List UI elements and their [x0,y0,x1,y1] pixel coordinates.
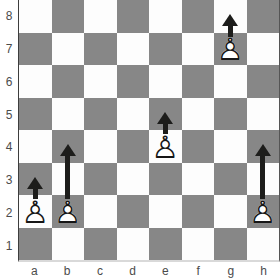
square-b3[interactable] [52,163,85,196]
rank-label-4: 4 [0,131,18,164]
square-e1[interactable] [149,228,182,261]
square-d1[interactable] [117,228,150,261]
square-a8[interactable] [19,0,52,33]
square-e7[interactable] [149,33,182,66]
square-f4[interactable] [182,130,215,163]
white-pawn[interactable]: ♟♙ [52,195,85,228]
rank-label-7: 7 [0,33,18,66]
file-label-e: e [149,262,182,280]
square-a4[interactable] [19,130,52,163]
white-pawn[interactable]: ♟♙ [149,130,182,163]
square-h7[interactable] [247,33,280,66]
square-f3[interactable] [182,163,215,196]
square-h1[interactable] [247,228,280,261]
square-a5[interactable] [19,98,52,131]
rank-label-6: 6 [0,66,18,99]
square-g3[interactable] [214,163,247,196]
square-h5[interactable] [247,98,280,131]
square-c4[interactable] [84,130,117,163]
chess-board[interactable]: ♟♙♟♙♟♙♟♙♟♙ [18,0,280,262]
file-label-d: d [116,262,149,280]
square-a6[interactable] [19,65,52,98]
square-b4[interactable] [52,130,85,163]
square-a1[interactable] [19,228,52,261]
chess-pawn-moves-diagram: 87654321 ♟♙♟♙♟♙♟♙♟♙ abcdefgh [0,0,280,280]
square-d3[interactable] [117,163,150,196]
white-pawn[interactable]: ♟♙ [214,33,247,66]
square-c6[interactable] [84,65,117,98]
square-g5[interactable] [214,98,247,131]
square-g7[interactable]: ♟♙ [214,33,247,66]
file-label-g: g [215,262,248,280]
white-pawn-outline-glyph: ♙ [249,197,277,228]
square-d5[interactable] [117,98,150,131]
file-label-a: a [18,262,51,280]
square-c2[interactable] [84,195,117,228]
white-pawn[interactable]: ♟♙ [247,195,280,228]
white-pawn-outline-glyph: ♙ [54,197,82,228]
square-b7[interactable] [52,33,85,66]
rank-label-5: 5 [0,98,18,131]
rank-label-8: 8 [0,0,18,33]
square-h3[interactable] [247,163,280,196]
square-e2[interactable] [149,195,182,228]
square-g8[interactable] [214,0,247,33]
square-f2[interactable] [182,195,215,228]
file-label-f: f [182,262,215,280]
rank-label-2: 2 [0,197,18,230]
square-g2[interactable] [214,195,247,228]
white-pawn-outline-glyph: ♙ [151,132,179,163]
square-d8[interactable] [117,0,150,33]
square-c7[interactable] [84,33,117,66]
square-b5[interactable] [52,98,85,131]
square-d6[interactable] [117,65,150,98]
square-b1[interactable] [52,228,85,261]
file-labels: abcdefgh [18,262,280,280]
square-e4[interactable]: ♟♙ [149,130,182,163]
square-e3[interactable] [149,163,182,196]
square-b2[interactable]: ♟♙ [52,195,85,228]
square-e6[interactable] [149,65,182,98]
square-h2[interactable]: ♟♙ [247,195,280,228]
file-label-h: h [247,262,280,280]
square-f7[interactable] [182,33,215,66]
square-g4[interactable] [214,130,247,163]
square-d2[interactable] [117,195,150,228]
square-d7[interactable] [117,33,150,66]
square-f1[interactable] [182,228,215,261]
square-h6[interactable] [247,65,280,98]
file-label-b: b [51,262,84,280]
file-label-c: c [84,262,117,280]
square-c3[interactable] [84,163,117,196]
square-g6[interactable] [214,65,247,98]
square-c8[interactable] [84,0,117,33]
square-c5[interactable] [84,98,117,131]
square-c1[interactable] [84,228,117,261]
white-pawn-outline-glyph: ♙ [21,197,49,228]
square-e5[interactable] [149,98,182,131]
square-f6[interactable] [182,65,215,98]
square-b8[interactable] [52,0,85,33]
rank-label-1: 1 [0,229,18,262]
square-g1[interactable] [214,228,247,261]
square-e8[interactable] [149,0,182,33]
rank-labels: 87654321 [0,0,18,262]
square-d4[interactable] [117,130,150,163]
square-b6[interactable] [52,65,85,98]
rank-label-3: 3 [0,164,18,197]
square-f5[interactable] [182,98,215,131]
square-a3[interactable] [19,163,52,196]
square-h4[interactable] [247,130,280,163]
square-h8[interactable] [247,0,280,33]
white-pawn-outline-glyph: ♙ [216,34,244,65]
square-f8[interactable] [182,0,215,33]
square-a2[interactable]: ♟♙ [19,195,52,228]
square-a7[interactable] [19,33,52,66]
white-pawn[interactable]: ♟♙ [19,195,52,228]
